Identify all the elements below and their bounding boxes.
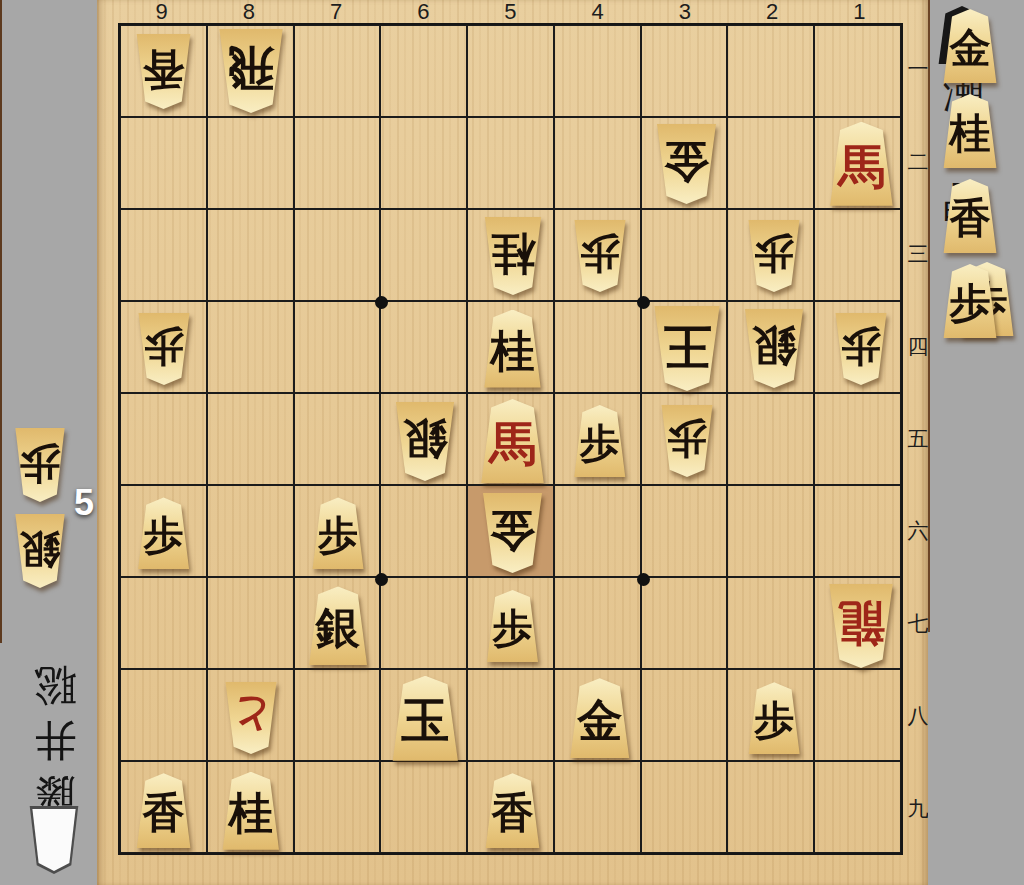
square-27[interactable] — [727, 577, 814, 669]
piece-77-銀[interactable]: 銀 — [305, 586, 371, 665]
square-19[interactable] — [814, 761, 901, 853]
square-85[interactable] — [207, 393, 294, 485]
piece-56-金[interactable]: 金 — [479, 493, 546, 573]
piece-89-桂[interactable]: 桂 — [219, 772, 283, 850]
square-18[interactable] — [814, 669, 901, 761]
square-67[interactable] — [380, 577, 467, 669]
square-64[interactable] — [380, 301, 467, 393]
square-39[interactable] — [641, 761, 728, 853]
square-86[interactable] — [207, 485, 294, 577]
square-13[interactable] — [814, 209, 901, 301]
star-point — [637, 296, 650, 309]
row-label-6: 六 — [907, 485, 929, 577]
square-36[interactable] — [641, 485, 728, 577]
column-label-9: 9 — [118, 0, 205, 23]
square-69[interactable] — [380, 761, 467, 853]
sente-komadai: 金桂香歩歩 — [928, 0, 1024, 632]
square-11[interactable] — [814, 25, 901, 117]
square-58[interactable] — [467, 669, 554, 761]
square-46[interactable] — [554, 485, 641, 577]
column-label-6: 6 — [380, 0, 467, 23]
sente-hand-歩[interactable]: 歩 — [940, 264, 1000, 338]
gote-player-name: 藤井聡 — [33, 658, 77, 822]
piece-24-銀[interactable]: 銀 — [741, 309, 807, 388]
gote-pawn-count-badge: 5 — [70, 482, 98, 524]
piece-53-桂[interactable]: 桂 — [481, 217, 545, 295]
square-47[interactable] — [554, 577, 641, 669]
square-63[interactable] — [380, 209, 467, 301]
gote-hand-歩[interactable]: 歩 — [12, 428, 68, 502]
square-92[interactable] — [120, 117, 207, 209]
square-37[interactable] — [641, 577, 728, 669]
square-72[interactable] — [294, 117, 381, 209]
piece-23-歩[interactable]: 歩 — [745, 220, 803, 292]
square-74[interactable] — [294, 301, 381, 393]
row-label-7: 七 — [907, 578, 929, 670]
sente-hand-桂[interactable]: 桂 — [940, 94, 1000, 168]
row-label-1: 一 — [907, 23, 929, 115]
shogi-board-panel: 987654321 一二三四五六七八九 香飛金馬桂歩歩歩桂王銀歩銀馬歩歩歩歩金銀… — [97, 0, 928, 885]
square-83[interactable] — [207, 209, 294, 301]
column-label-1: 1 — [816, 0, 903, 23]
square-79[interactable] — [294, 761, 381, 853]
row-label-3: 三 — [907, 208, 929, 300]
column-label-3: 3 — [641, 0, 728, 23]
row-label-2: 二 — [907, 115, 929, 207]
square-38[interactable] — [641, 669, 728, 761]
piece-45-歩[interactable]: 歩 — [571, 405, 629, 477]
piece-81-飛[interactable]: 飛 — [215, 29, 287, 113]
column-label-8: 8 — [205, 0, 292, 23]
piece-94-歩[interactable]: 歩 — [135, 313, 193, 385]
gote-hand-銀[interactable]: 銀 — [12, 514, 68, 588]
square-21[interactable] — [727, 25, 814, 117]
gote-mark-icon-face — [30, 809, 78, 871]
piece-43-歩[interactable]: 歩 — [571, 220, 629, 292]
column-label-5: 5 — [467, 0, 554, 23]
piece-59-香[interactable]: 香 — [482, 773, 543, 848]
board-grid: 香飛金馬桂歩歩歩桂王銀歩銀馬歩歩歩歩金銀歩龍と玉金歩香桂香 — [118, 23, 903, 855]
star-point — [375, 296, 388, 309]
square-52[interactable] — [467, 117, 554, 209]
square-75[interactable] — [294, 393, 381, 485]
square-73[interactable] — [294, 209, 381, 301]
piece-14-歩[interactable]: 歩 — [832, 313, 890, 385]
sente-hand-香[interactable]: 香 — [940, 179, 1000, 253]
piece-65-銀[interactable]: 銀 — [392, 402, 458, 481]
square-22[interactable] — [727, 117, 814, 209]
piece-57-歩[interactable]: 歩 — [484, 590, 542, 662]
square-49[interactable] — [554, 761, 641, 853]
square-62[interactable] — [380, 117, 467, 209]
piece-34-王[interactable]: 王 — [650, 306, 724, 391]
piece-55-馬[interactable]: 馬 — [477, 399, 548, 483]
square-84[interactable] — [207, 301, 294, 393]
square-33[interactable] — [641, 209, 728, 301]
gote-mark-icon — [27, 806, 81, 874]
piece-76-歩[interactable]: 歩 — [309, 497, 367, 569]
square-31[interactable] — [641, 25, 728, 117]
square-66[interactable] — [380, 485, 467, 577]
column-label-4: 4 — [554, 0, 641, 23]
gote-komadai: 歩銀 5 — [0, 0, 106, 643]
square-95[interactable] — [120, 393, 207, 485]
square-29[interactable] — [727, 761, 814, 853]
square-26[interactable] — [727, 485, 814, 577]
square-42[interactable] — [554, 117, 641, 209]
piece-28-歩[interactable]: 歩 — [745, 682, 803, 754]
piece-99-香[interactable]: 香 — [133, 773, 194, 848]
piece-35-歩[interactable]: 歩 — [658, 405, 716, 477]
piece-32-金[interactable]: 金 — [653, 124, 720, 204]
square-16[interactable] — [814, 485, 901, 577]
square-44[interactable] — [554, 301, 641, 393]
square-87[interactable] — [207, 577, 294, 669]
square-78[interactable] — [294, 669, 381, 761]
gote-side-panel: 歩銀 5 藤井聡 — [0, 0, 97, 885]
square-82[interactable] — [207, 117, 294, 209]
square-25[interactable] — [727, 393, 814, 485]
square-15[interactable] — [814, 393, 901, 485]
column-label-2: 2 — [729, 0, 816, 23]
square-97[interactable] — [120, 577, 207, 669]
square-41[interactable] — [554, 25, 641, 117]
piece-17-龍[interactable]: 龍 — [825, 584, 897, 668]
row-label-9: 九 — [907, 763, 929, 855]
column-labels: 987654321 — [118, 0, 903, 23]
piece-12-馬[interactable]: 馬 — [826, 122, 897, 206]
square-98[interactable] — [120, 669, 207, 761]
row-label-5: 五 — [907, 393, 929, 485]
row-labels: 一二三四五六七八九 — [907, 23, 929, 855]
square-71[interactable] — [294, 25, 381, 117]
piece-48-金[interactable]: 金 — [566, 678, 633, 758]
piece-96-歩[interactable]: 歩 — [135, 497, 193, 569]
piece-68-玉[interactable]: 玉 — [388, 676, 462, 761]
piece-88-と[interactable]: と — [222, 682, 280, 754]
piece-54-桂[interactable]: 桂 — [481, 310, 545, 388]
square-51[interactable] — [467, 25, 554, 117]
sente-hand-金[interactable]: 金 — [940, 9, 1000, 83]
row-label-4: 四 — [907, 300, 929, 392]
square-93[interactable] — [120, 209, 207, 301]
sente-side-panel: 瀬川晶 金桂香歩歩 — [928, 0, 1024, 885]
column-label-7: 7 — [292, 0, 379, 23]
row-label-8: 八 — [907, 670, 929, 762]
square-61[interactable] — [380, 25, 467, 117]
piece-91-香[interactable]: 香 — [133, 34, 194, 109]
star-point — [637, 573, 650, 586]
